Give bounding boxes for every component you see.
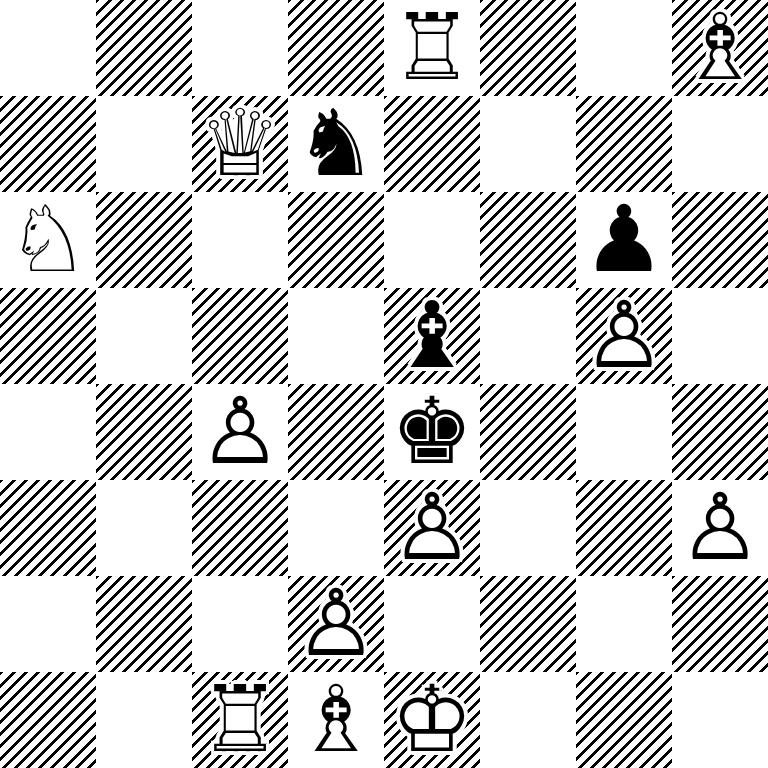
- square-h7[interactable]: [672, 96, 768, 192]
- piece-white-knight[interactable]: ♘: [0, 192, 96, 288]
- square-e3[interactable]: ♟♙: [384, 480, 480, 576]
- square-g1[interactable]: [576, 672, 672, 768]
- piece-white-pawn[interactable]: ♙: [288, 576, 384, 672]
- piece-black-knight[interactable]: ♞: [288, 96, 384, 192]
- square-b2[interactable]: [96, 576, 192, 672]
- square-e7[interactable]: [384, 96, 480, 192]
- square-f2[interactable]: [480, 576, 576, 672]
- square-h3[interactable]: ♟♙: [672, 480, 768, 576]
- square-a3[interactable]: [0, 480, 96, 576]
- square-b7[interactable]: [96, 96, 192, 192]
- square-d7[interactable]: ♞♞: [288, 96, 384, 192]
- square-h8[interactable]: ♝♗: [672, 0, 768, 96]
- square-e2[interactable]: [384, 576, 480, 672]
- square-a8[interactable]: [0, 0, 96, 96]
- square-b4[interactable]: [96, 384, 192, 480]
- square-g8[interactable]: [576, 0, 672, 96]
- square-a5[interactable]: [0, 288, 96, 384]
- square-a1[interactable]: [0, 672, 96, 768]
- piece-white-bishop[interactable]: ♗: [288, 672, 384, 768]
- square-a7[interactable]: [0, 96, 96, 192]
- piece-white-pawn[interactable]: ♙: [672, 480, 768, 576]
- square-d6[interactable]: [288, 192, 384, 288]
- piece-black-bishop[interactable]: ♝: [384, 288, 480, 384]
- square-e6[interactable]: [384, 192, 480, 288]
- square-c3[interactable]: [192, 480, 288, 576]
- square-c2[interactable]: [192, 576, 288, 672]
- square-c8[interactable]: [192, 0, 288, 96]
- square-b1[interactable]: [96, 672, 192, 768]
- square-b8[interactable]: [96, 0, 192, 96]
- square-g4[interactable]: [576, 384, 672, 480]
- square-b6[interactable]: [96, 192, 192, 288]
- square-e8[interactable]: ♜♖: [384, 0, 480, 96]
- square-f7[interactable]: [480, 96, 576, 192]
- piece-black-king[interactable]: ♚: [384, 384, 480, 480]
- square-e5[interactable]: ♝♝: [384, 288, 480, 384]
- chess-board-container: ♜♖♝♗♛♕♞♞♞♘♟♟♝♝♟♙♟♙♚♚♟♙♟♙♟♙♜♖♝♗♚♔: [0, 0, 768, 768]
- square-f4[interactable]: [480, 384, 576, 480]
- piece-white-bishop[interactable]: ♗: [672, 0, 768, 96]
- square-a2[interactable]: [0, 576, 96, 672]
- square-h4[interactable]: [672, 384, 768, 480]
- square-f3[interactable]: [480, 480, 576, 576]
- square-g5[interactable]: ♟♙: [576, 288, 672, 384]
- square-c6[interactable]: [192, 192, 288, 288]
- square-e1[interactable]: ♚♔: [384, 672, 480, 768]
- square-c4[interactable]: ♟♙: [192, 384, 288, 480]
- square-d2[interactable]: ♟♙: [288, 576, 384, 672]
- square-f1[interactable]: [480, 672, 576, 768]
- square-d4[interactable]: [288, 384, 384, 480]
- square-d5[interactable]: [288, 288, 384, 384]
- square-h1[interactable]: [672, 672, 768, 768]
- square-d3[interactable]: [288, 480, 384, 576]
- square-f5[interactable]: [480, 288, 576, 384]
- square-f6[interactable]: [480, 192, 576, 288]
- square-a4[interactable]: [0, 384, 96, 480]
- square-d1[interactable]: ♝♗: [288, 672, 384, 768]
- piece-white-queen[interactable]: ♕: [192, 96, 288, 192]
- square-c5[interactable]: [192, 288, 288, 384]
- square-e4[interactable]: ♚♚: [384, 384, 480, 480]
- piece-black-pawn[interactable]: ♟: [576, 192, 672, 288]
- piece-white-pawn[interactable]: ♙: [384, 480, 480, 576]
- chess-board: ♜♖♝♗♛♕♞♞♞♘♟♟♝♝♟♙♟♙♚♚♟♙♟♙♟♙♜♖♝♗♚♔: [0, 0, 768, 768]
- square-f8[interactable]: [480, 0, 576, 96]
- square-g3[interactable]: [576, 480, 672, 576]
- square-g6[interactable]: ♟♟: [576, 192, 672, 288]
- square-g2[interactable]: [576, 576, 672, 672]
- square-h5[interactable]: [672, 288, 768, 384]
- square-d8[interactable]: [288, 0, 384, 96]
- square-h2[interactable]: [672, 576, 768, 672]
- piece-white-king[interactable]: ♔: [384, 672, 480, 768]
- piece-white-pawn[interactable]: ♙: [192, 384, 288, 480]
- square-h6[interactable]: [672, 192, 768, 288]
- piece-white-rook[interactable]: ♖: [384, 0, 480, 96]
- square-g7[interactable]: [576, 96, 672, 192]
- square-b3[interactable]: [96, 480, 192, 576]
- piece-white-rook[interactable]: ♖: [192, 672, 288, 768]
- square-c7[interactable]: ♛♕: [192, 96, 288, 192]
- piece-white-pawn[interactable]: ♙: [576, 288, 672, 384]
- square-a6[interactable]: ♞♘: [0, 192, 96, 288]
- square-c1[interactable]: ♜♖: [192, 672, 288, 768]
- square-b5[interactable]: [96, 288, 192, 384]
